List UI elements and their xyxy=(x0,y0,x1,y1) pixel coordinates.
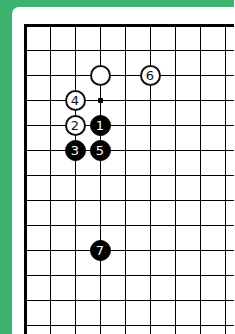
stone-black-3: 3 xyxy=(65,140,86,161)
stone-black-7: 7 xyxy=(90,240,111,261)
stone-white-4: 4 xyxy=(65,90,86,111)
move-number-label: 6 xyxy=(146,68,154,81)
move-number-label: 3 xyxy=(71,143,79,156)
stone-white-plain xyxy=(90,65,111,86)
frame-top xyxy=(0,0,234,7)
move-number-label: 1 xyxy=(96,118,104,131)
stone-white-6: 6 xyxy=(140,65,161,86)
go-board[interactable]: 1234567 xyxy=(13,13,235,334)
stone-black-1: 1 xyxy=(90,115,111,136)
move-number-label: 2 xyxy=(71,118,79,131)
move-number-label: 5 xyxy=(96,143,104,156)
move-number-label: 4 xyxy=(71,93,79,106)
go-diagram: 1234567 xyxy=(0,0,234,334)
stone-white-2: 2 xyxy=(65,115,86,136)
frame-left xyxy=(0,0,12,334)
move-number-label: 7 xyxy=(96,243,104,256)
stone-black-5: 5 xyxy=(90,140,111,161)
